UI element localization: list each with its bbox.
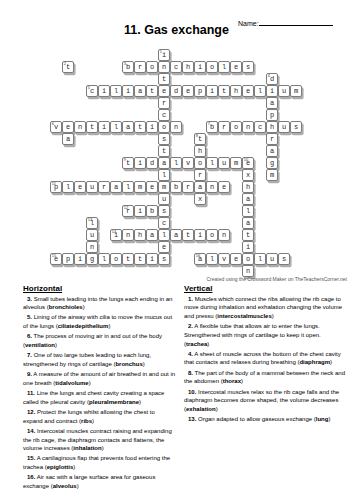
cell-r11c11[interactable]: r bbox=[182, 181, 194, 193]
cell-r3c8[interactable]: t bbox=[146, 85, 158, 97]
clue-answer: bronchus bbox=[115, 361, 142, 367]
clue-v-13: 13. Organ adapted to allow gaseous excha… bbox=[184, 415, 347, 424]
clue-number: 6 bbox=[52, 122, 54, 126]
cell-r13c8[interactable]: b bbox=[146, 205, 158, 217]
cell-letter: i bbox=[246, 244, 250, 251]
cell-letter: i bbox=[210, 88, 214, 95]
cell-letter: o bbox=[198, 160, 202, 167]
cell-r10c9[interactable]: l bbox=[158, 169, 170, 181]
cell-r6c14[interactable]: r bbox=[218, 121, 230, 133]
clue-num-label: 3. bbox=[27, 296, 32, 302]
cell-r17c12[interactable]: 16a bbox=[194, 253, 206, 265]
cell-letter: u bbox=[90, 184, 94, 191]
cell-letter: p bbox=[66, 256, 70, 263]
cell-letter: i bbox=[198, 64, 202, 71]
vertical-clues: Vertical 1. Muscles which connect the ri… bbox=[184, 284, 347, 424]
cell-r15c5[interactable]: 14i bbox=[110, 229, 122, 241]
cell-letter: l bbox=[174, 160, 178, 167]
cell-r11c13[interactable]: n bbox=[206, 181, 218, 193]
clue-answer: thorax bbox=[223, 378, 241, 384]
cell-letter: l bbox=[222, 64, 226, 71]
horizontal-clue-list: 3. Small tubes leading into the lungs ea… bbox=[23, 295, 176, 491]
clue-v-8: 8. The part of the body of a mammal betw… bbox=[184, 369, 347, 386]
clue-number: 8 bbox=[196, 134, 198, 138]
cell-r2c9[interactable]: t bbox=[158, 73, 170, 85]
cell-letter: t bbox=[138, 256, 142, 263]
cell-letter: l bbox=[66, 184, 70, 191]
cell-r1c14[interactable]: l bbox=[218, 61, 230, 73]
cell-letter: o bbox=[210, 232, 214, 239]
clue-answer: pleuralmembrane bbox=[89, 399, 139, 405]
clue-h-3: 3. Small tubes leading into the lungs ea… bbox=[23, 295, 176, 312]
cell-r1c12[interactable]: i bbox=[194, 61, 206, 73]
cell-r17c8[interactable]: i bbox=[146, 253, 158, 265]
cell-letter: p bbox=[198, 88, 202, 95]
cell-letter: e bbox=[78, 184, 82, 191]
clue-answer: exhalation bbox=[186, 406, 216, 412]
clue-number: 9 bbox=[124, 158, 126, 162]
cell-letter: b bbox=[174, 184, 178, 191]
clue-number: 15 bbox=[52, 254, 56, 258]
clue-num-label: 13. bbox=[188, 416, 196, 422]
cell-r0c9[interactable]: 1i bbox=[158, 49, 170, 61]
cell-r7c9[interactable]: s bbox=[158, 133, 170, 145]
cell-letter: n bbox=[174, 124, 178, 131]
cell-r8c12[interactable]: h bbox=[194, 145, 206, 157]
clue-answer: diaphragm bbox=[299, 359, 330, 365]
cell-r5c18[interactable]: p bbox=[266, 109, 278, 121]
cell-letter: x bbox=[246, 172, 250, 179]
cell-r14c9[interactable]: c bbox=[158, 217, 170, 229]
cell-r17c19[interactable]: s bbox=[278, 253, 290, 265]
clue-number: 1 bbox=[160, 50, 162, 54]
cell-r17c17[interactable]: l bbox=[254, 253, 266, 265]
cell-r3c4[interactable]: i bbox=[98, 85, 110, 97]
cell-r17c15[interactable]: e bbox=[230, 253, 242, 265]
cell-r1c13[interactable]: o bbox=[206, 61, 218, 73]
cell-letter: s bbox=[162, 136, 166, 143]
cell-letter: u bbox=[162, 196, 166, 203]
cell-r17c4[interactable]: l bbox=[98, 253, 110, 265]
cell-r11c0[interactable]: 11p bbox=[50, 181, 62, 193]
clue-h-7: 7. One of two large tubes leading to eac… bbox=[23, 351, 176, 368]
clue-number: 16 bbox=[196, 254, 200, 258]
cell-r9c18[interactable]: g bbox=[266, 157, 278, 169]
cell-r3c19[interactable]: u bbox=[278, 85, 290, 97]
clue-answer: lung bbox=[316, 416, 329, 422]
clue-number: 2 bbox=[64, 62, 66, 66]
cell-r13c7[interactable]: i bbox=[134, 205, 146, 217]
cell-letter: l bbox=[210, 256, 214, 263]
cell-r6c2[interactable]: n bbox=[74, 121, 86, 133]
cell-letter: b bbox=[150, 208, 154, 215]
clue-answer: trachea bbox=[186, 341, 207, 347]
clue-h-11: 11. Line the lungs and chest cavity crea… bbox=[23, 389, 176, 406]
cell-r17c9[interactable]: s bbox=[158, 253, 170, 265]
cell-r11c10[interactable]: b bbox=[170, 181, 182, 193]
cell-letter: l bbox=[258, 256, 262, 263]
cell-letter: e bbox=[186, 88, 190, 95]
cell-r11c16[interactable]: h bbox=[242, 181, 254, 193]
cell-r10c12[interactable]: r bbox=[194, 169, 206, 181]
cell-letter: a bbox=[270, 100, 274, 107]
cell-letter: o bbox=[162, 124, 166, 131]
cell-letter: t bbox=[246, 232, 250, 239]
cell-r16c16[interactable]: i bbox=[242, 241, 254, 253]
cell-r14c16[interactable]: a bbox=[242, 217, 254, 229]
cell-r3c3[interactable]: 5c bbox=[86, 85, 98, 97]
cell-r9c6[interactable]: 9t bbox=[122, 157, 134, 169]
cell-r12c12[interactable]: x bbox=[194, 193, 206, 205]
cell-r11c8[interactable]: e bbox=[146, 181, 158, 193]
cell-letter: o bbox=[210, 64, 214, 71]
cell-r11c1[interactable]: l bbox=[62, 181, 74, 193]
cell-letter: a bbox=[246, 196, 250, 203]
cell-letter: e bbox=[150, 184, 154, 191]
cell-letter: t bbox=[198, 136, 202, 143]
cell-letter: a bbox=[138, 88, 142, 95]
cell-r1c11[interactable]: h bbox=[182, 61, 194, 73]
cell-letter: s bbox=[162, 256, 166, 263]
cell-letter: c bbox=[174, 64, 178, 71]
cell-r4c9[interactable]: r bbox=[158, 97, 170, 109]
clue-v-2: 2. A flexible tube that allows air to en… bbox=[184, 322, 347, 348]
cell-letter: l bbox=[246, 208, 250, 215]
cell-r9c7[interactable]: i bbox=[134, 157, 146, 169]
clue-answer: tidalvolume bbox=[55, 380, 88, 386]
cell-r11c6[interactable]: l bbox=[122, 181, 134, 193]
clue-num-label: 1. bbox=[188, 296, 193, 302]
cell-letter: g bbox=[90, 256, 94, 263]
cell-letter: e bbox=[162, 244, 166, 251]
clue-num-label: 7. bbox=[27, 352, 32, 358]
cell-letter: a bbox=[246, 220, 250, 227]
cell-letter: v bbox=[54, 124, 58, 131]
cell-r3c17[interactable]: l bbox=[254, 85, 266, 97]
cell-letter: a bbox=[270, 148, 274, 155]
cell-r11c4[interactable]: r bbox=[98, 181, 110, 193]
cell-letter: t bbox=[186, 232, 190, 239]
cell-r6c16[interactable]: n bbox=[242, 121, 254, 133]
cell-letter: t bbox=[138, 124, 142, 131]
cell-r9c11[interactable]: v bbox=[182, 157, 194, 169]
clue-answer: inhalation bbox=[73, 445, 101, 451]
clue-h-15: 15. A cartilaginous flap that prevents f… bbox=[23, 454, 176, 471]
clue-answer: bronchioles bbox=[49, 304, 83, 310]
cell-letter: i bbox=[102, 88, 106, 95]
crossword-grid: 1i2t3bronchiolest4d5ciliatedepitheliumra… bbox=[50, 49, 302, 277]
clue-answer: epiglottis bbox=[47, 464, 74, 470]
cell-letter: i bbox=[78, 256, 82, 263]
clue-h-6: 6. The process of moving air in and out … bbox=[23, 332, 176, 349]
cell-letter: e bbox=[162, 88, 166, 95]
cell-r3c10[interactable]: d bbox=[170, 85, 182, 97]
cell-r7c18[interactable]: r bbox=[266, 133, 278, 145]
clue-number: 10 bbox=[244, 158, 248, 162]
cell-r3c18[interactable]: i bbox=[266, 85, 278, 97]
cell-r11c5[interactable]: a bbox=[110, 181, 122, 193]
cell-r15c12[interactable]: i bbox=[194, 229, 206, 241]
clue-num-label: 11. bbox=[27, 390, 35, 396]
cell-r9c15[interactable]: m bbox=[230, 157, 242, 169]
clue-h-9: 9. A measure of the amount of air breath… bbox=[23, 370, 176, 387]
cell-letter: v bbox=[222, 256, 226, 263]
cell-letter: u bbox=[282, 124, 286, 131]
cell-r6c15[interactable]: o bbox=[230, 121, 242, 133]
cell-letter: p bbox=[270, 112, 274, 119]
cell-r15c16[interactable]: t bbox=[242, 229, 254, 241]
cell-r15c3[interactable]: u bbox=[86, 229, 98, 241]
cell-r17c13[interactable]: l bbox=[206, 253, 218, 265]
cell-r9c13[interactable]: l bbox=[206, 157, 218, 169]
cell-letter: t bbox=[126, 160, 130, 167]
cell-letter: u bbox=[222, 160, 226, 167]
cell-r6c18[interactable]: h bbox=[266, 121, 278, 133]
cell-letter: i bbox=[126, 88, 130, 95]
cell-letter: v bbox=[186, 160, 190, 167]
cell-letter: a bbox=[66, 136, 70, 143]
cell-letter: i bbox=[150, 256, 154, 263]
cell-r17c18[interactable]: u bbox=[266, 253, 278, 265]
clue-num-label: 16. bbox=[27, 474, 35, 480]
cell-r2c18[interactable]: 4d bbox=[266, 73, 278, 85]
cell-letter: c bbox=[258, 124, 262, 131]
clue-h-16: 16. Air sac with a large surface area fo… bbox=[23, 473, 176, 490]
cell-r7c1[interactable]: a bbox=[62, 133, 74, 145]
cell-r17c7[interactable]: t bbox=[134, 253, 146, 265]
cell-letter: i bbox=[138, 160, 142, 167]
cell-r11c3[interactable]: u bbox=[86, 181, 98, 193]
cell-r12c16[interactable]: a bbox=[242, 193, 254, 205]
horizontal-clues: Horizontal 3. Small tubes leading into t… bbox=[23, 284, 176, 491]
cell-r9c12[interactable]: o bbox=[194, 157, 206, 169]
cell-letter: a bbox=[198, 184, 202, 191]
cell-r9c16[interactable]: 10e bbox=[242, 157, 254, 169]
cell-r9c10[interactable]: l bbox=[170, 157, 182, 169]
cell-letter: a bbox=[174, 232, 178, 239]
cell-letter: h bbox=[234, 88, 238, 95]
cell-r6c17[interactable]: c bbox=[254, 121, 266, 133]
cell-r13c9[interactable]: s bbox=[158, 205, 170, 217]
cell-r6c19[interactable]: u bbox=[278, 121, 290, 133]
cell-letter: n bbox=[126, 232, 130, 239]
cell-letter: l bbox=[114, 124, 118, 131]
cell-r15c11[interactable]: t bbox=[182, 229, 194, 241]
cell-r9c9[interactable]: a bbox=[158, 157, 170, 169]
cell-r15c6[interactable]: n bbox=[122, 229, 134, 241]
cell-letter: i bbox=[102, 124, 106, 131]
cell-r17c1[interactable]: p bbox=[62, 253, 74, 265]
cell-letter: r bbox=[138, 64, 142, 71]
cell-letter: n bbox=[222, 232, 226, 239]
cell-r14c3[interactable]: 13l bbox=[86, 217, 98, 229]
page-title: 11. Gas exchange bbox=[0, 23, 353, 37]
cell-r6c0[interactable]: 6v bbox=[50, 121, 62, 133]
cell-r6c10[interactable]: n bbox=[170, 121, 182, 133]
cell-r3c12[interactable]: p bbox=[194, 85, 206, 97]
cell-letter: i bbox=[150, 124, 154, 131]
cell-letter: n bbox=[90, 244, 94, 251]
cell-r1c8[interactable]: o bbox=[146, 61, 158, 73]
clue-h-14: 14. Intercostal muscles contract raising… bbox=[23, 427, 176, 453]
cell-r15c14[interactable]: n bbox=[218, 229, 230, 241]
cell-r9c14[interactable]: u bbox=[218, 157, 230, 169]
clue-answer: intercostalmuscles bbox=[217, 313, 271, 319]
cell-letter: t bbox=[66, 64, 70, 71]
cell-letter: t bbox=[90, 124, 94, 131]
cell-letter: c bbox=[162, 112, 166, 119]
cell-r1c7[interactable]: r bbox=[134, 61, 146, 73]
cell-r6c8[interactable]: i bbox=[146, 121, 158, 133]
cell-letter: n bbox=[162, 64, 166, 71]
cell-letter: m bbox=[270, 172, 274, 179]
cell-r6c5[interactable]: l bbox=[110, 121, 122, 133]
clue-answer: alveolus bbox=[53, 483, 77, 489]
cell-r17c14[interactable]: v bbox=[218, 253, 230, 265]
cell-r17c2[interactable]: i bbox=[74, 253, 86, 265]
cell-r11c14[interactable]: e bbox=[218, 181, 230, 193]
clue-num-label: 9. bbox=[27, 371, 32, 377]
cell-r1c1[interactable]: 2t bbox=[62, 61, 74, 73]
cell-r15c9[interactable]: l bbox=[158, 229, 170, 241]
cell-r5c9[interactable]: c bbox=[158, 109, 170, 121]
cell-letter: s bbox=[246, 64, 250, 71]
cell-r11c12[interactable]: a bbox=[194, 181, 206, 193]
clue-num-label: 4. bbox=[188, 351, 193, 357]
cell-r6c6[interactable]: a bbox=[122, 121, 134, 133]
clue-number: 13 bbox=[88, 218, 92, 222]
cell-r17c3[interactable]: g bbox=[86, 253, 98, 265]
cell-r3c20[interactable]: m bbox=[290, 85, 302, 97]
cell-r15c13[interactable]: o bbox=[206, 229, 218, 241]
cell-r13c16[interactable]: l bbox=[242, 205, 254, 217]
cell-r11c7[interactable]: m bbox=[134, 181, 146, 193]
cell-r8c18[interactable]: a bbox=[266, 145, 278, 157]
cell-r16c3[interactable]: n bbox=[86, 241, 98, 253]
cell-r15c7[interactable]: h bbox=[134, 229, 146, 241]
cell-letter: o bbox=[150, 64, 154, 71]
cell-r1c10[interactable]: c bbox=[170, 61, 182, 73]
cell-letter: d bbox=[150, 160, 154, 167]
clue-num-label: 15. bbox=[27, 455, 35, 461]
clue-number: 14 bbox=[112, 230, 116, 234]
cell-r17c16[interactable]: o bbox=[242, 253, 254, 265]
cell-r3c5[interactable]: l bbox=[110, 85, 122, 97]
clue-num-label: 2. bbox=[188, 323, 193, 329]
cell-r1c6[interactable]: 3b bbox=[122, 61, 134, 73]
cell-r6c7[interactable]: t bbox=[134, 121, 146, 133]
cell-letter: t bbox=[222, 88, 226, 95]
cell-letter: i bbox=[198, 232, 202, 239]
cell-r6c1[interactable]: e bbox=[62, 121, 74, 133]
cell-letter: t bbox=[150, 88, 154, 95]
cell-r17c6[interactable]: t bbox=[122, 253, 134, 265]
cell-r1c16[interactable]: s bbox=[242, 61, 254, 73]
cell-r15c8[interactable]: a bbox=[146, 229, 158, 241]
cell-letter: a bbox=[126, 124, 130, 131]
clue-number: 7 bbox=[208, 122, 210, 126]
cell-letter: u bbox=[270, 256, 274, 263]
cell-r11c9[interactable]: m bbox=[158, 181, 170, 193]
cell-letter: a bbox=[162, 160, 166, 167]
cell-r3c13[interactable]: i bbox=[206, 85, 218, 97]
clue-num-label: 8. bbox=[188, 370, 193, 376]
cell-letter: n bbox=[210, 184, 214, 191]
cell-letter: o bbox=[114, 256, 118, 263]
cell-r12c9[interactable]: u bbox=[158, 193, 170, 205]
cell-letter: m bbox=[294, 88, 298, 95]
cell-letter: i bbox=[270, 88, 274, 95]
cell-letter: l bbox=[102, 256, 106, 263]
cell-r17c5[interactable]: o bbox=[110, 253, 122, 265]
clue-number: 12 bbox=[124, 206, 128, 210]
cell-r7c12[interactable]: 8t bbox=[194, 133, 206, 145]
clue-num-label: 6. bbox=[27, 333, 32, 339]
cell-r3c6[interactable]: i bbox=[122, 85, 134, 97]
cell-letter: u bbox=[90, 232, 94, 239]
cell-letter: i bbox=[138, 208, 142, 215]
cell-r17c0[interactable]: 15e bbox=[50, 253, 62, 265]
cell-r11c2[interactable]: e bbox=[74, 181, 86, 193]
clue-v-4: 4. A sheet of muscle across the bottom o… bbox=[184, 350, 347, 367]
cell-r9c8[interactable]: d bbox=[146, 157, 158, 169]
cell-letter: m bbox=[162, 184, 166, 191]
cell-letter: t bbox=[126, 256, 130, 263]
cell-letter: t bbox=[162, 148, 166, 155]
cell-r3c11[interactable]: e bbox=[182, 85, 194, 97]
cell-r1c9[interactable]: n bbox=[158, 61, 170, 73]
cell-r6c4[interactable]: i bbox=[98, 121, 110, 133]
cell-r16c9[interactable]: e bbox=[158, 241, 170, 253]
cell-r6c20[interactable]: s bbox=[290, 121, 302, 133]
cell-letter: h bbox=[198, 148, 202, 155]
cell-r3c7[interactable]: a bbox=[134, 85, 146, 97]
cell-letter: r bbox=[102, 184, 106, 191]
cell-r10c16[interactable]: x bbox=[242, 169, 254, 181]
cell-r13c6[interactable]: 12r bbox=[122, 205, 134, 217]
clue-number: 3 bbox=[124, 62, 126, 66]
cell-r15c10[interactable]: a bbox=[170, 229, 182, 241]
cell-r6c13[interactable]: 7b bbox=[206, 121, 218, 133]
cell-letter: a bbox=[150, 232, 154, 239]
cell-r4c18[interactable]: a bbox=[266, 97, 278, 109]
clue-num-label: 10. bbox=[188, 389, 196, 395]
clue-v-1: 1. Muscles which connect the ribs allowi… bbox=[184, 295, 347, 321]
cell-letter: u bbox=[282, 88, 286, 95]
cell-r3c16[interactable]: e bbox=[242, 85, 254, 97]
cell-letter: g bbox=[270, 160, 274, 167]
cell-r3c15[interactable]: h bbox=[230, 85, 242, 97]
cell-r1c15[interactable]: e bbox=[230, 61, 242, 73]
cell-letter: l bbox=[162, 232, 166, 239]
horizontal-heading: Horizontal bbox=[23, 284, 176, 293]
cell-letter: o bbox=[234, 124, 238, 131]
vertical-heading: Vertical bbox=[184, 284, 347, 293]
cell-r3c9[interactable]: e bbox=[158, 85, 170, 97]
clue-h-5: 5. Lining of the airway with cilia to mo… bbox=[23, 313, 176, 330]
cell-r8c9[interactable]: t bbox=[158, 145, 170, 157]
cell-letter: e bbox=[234, 64, 238, 71]
cell-letter: l bbox=[258, 88, 262, 95]
cell-r3c14[interactable]: t bbox=[218, 85, 230, 97]
cell-letter: h bbox=[138, 232, 142, 239]
cell-r6c9[interactable]: o bbox=[158, 121, 170, 133]
cell-r10c18[interactable]: m bbox=[266, 169, 278, 181]
cell-letter: t bbox=[162, 76, 166, 83]
cell-r6c3[interactable]: t bbox=[86, 121, 98, 133]
cell-letter: r bbox=[186, 184, 190, 191]
cell-letter: e bbox=[222, 184, 226, 191]
